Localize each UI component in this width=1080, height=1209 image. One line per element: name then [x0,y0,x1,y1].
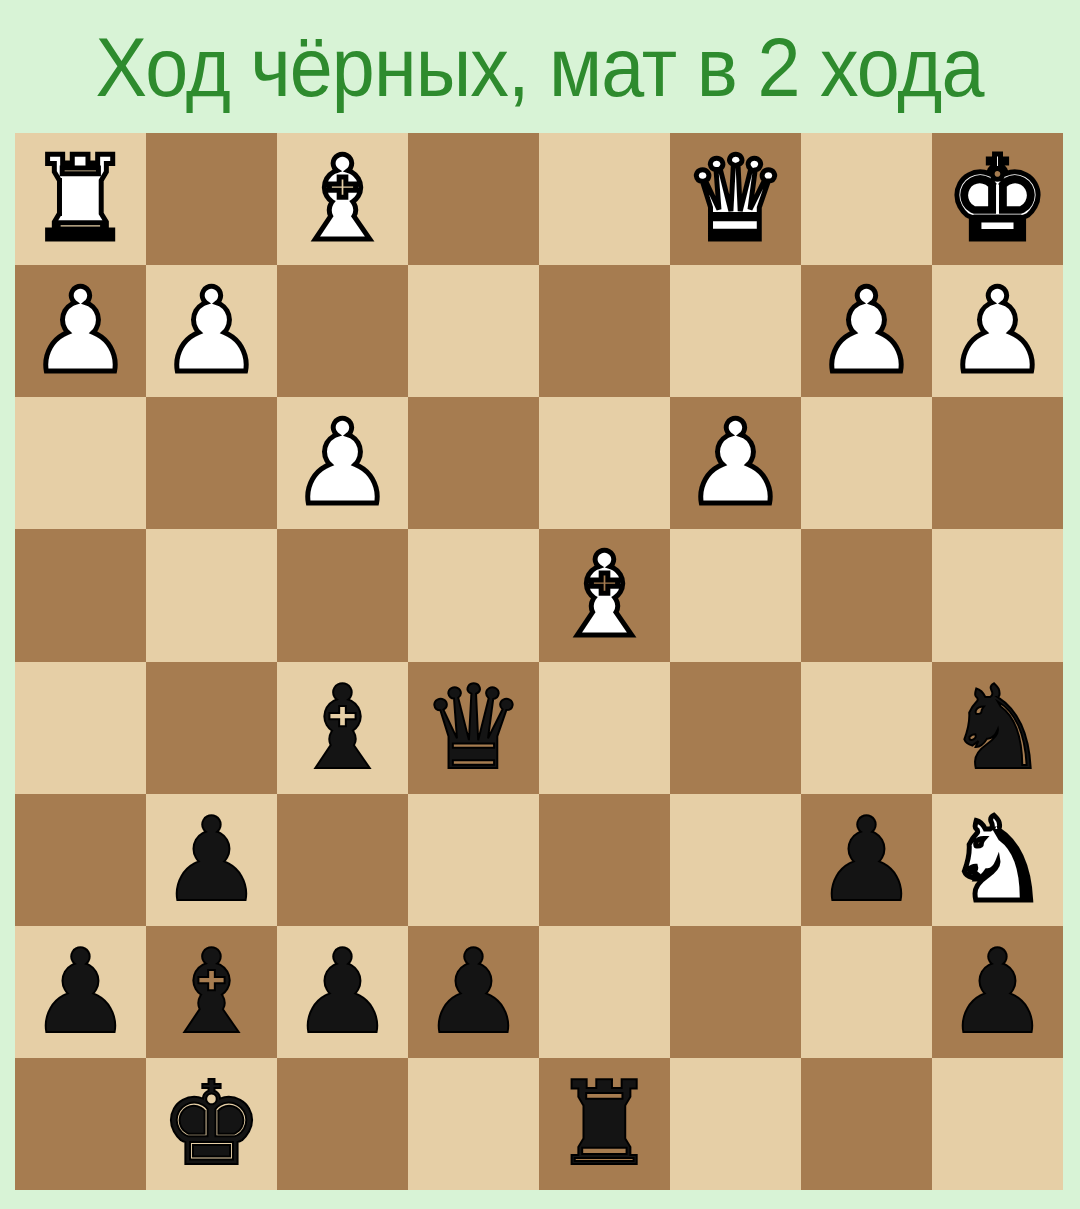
square-e3[interactable] [408,397,539,529]
square-g4[interactable] [146,529,277,661]
square-b7[interactable] [801,926,932,1058]
square-f2[interactable] [277,265,408,397]
piece-white-rook-h1[interactable]: ♜ [29,141,133,257]
square-h3[interactable] [15,397,146,529]
square-g6[interactable]: ♟ [146,794,277,926]
piece-white-pawn-h2[interactable]: ♟ [29,273,133,389]
square-d8[interactable]: ♜ [539,1058,670,1190]
square-c2[interactable] [670,265,801,397]
square-f5[interactable]: ♝ [277,662,408,794]
square-g7[interactable]: ♝ [146,926,277,1058]
piece-black-pawn-g6[interactable]: ♟ [160,802,264,918]
square-a4[interactable] [932,529,1063,661]
square-f6[interactable] [277,794,408,926]
square-h5[interactable] [15,662,146,794]
square-d1[interactable] [539,133,670,265]
square-c4[interactable] [670,529,801,661]
puzzle-title-bar: Ход чёрных, мат в 2 хода [0,0,1080,133]
square-e1[interactable] [408,133,539,265]
piece-white-pawn-g2[interactable]: ♟ [160,273,264,389]
square-h8[interactable] [15,1058,146,1190]
square-c7[interactable] [670,926,801,1058]
piece-white-king-a1[interactable]: ♚ [946,141,1050,257]
square-e4[interactable] [408,529,539,661]
square-c8[interactable] [670,1058,801,1190]
square-g8[interactable]: ♚ [146,1058,277,1190]
piece-black-pawn-a7[interactable]: ♟ [946,934,1050,1050]
square-f4[interactable] [277,529,408,661]
piece-black-pawn-f7[interactable]: ♟ [291,934,395,1050]
piece-black-queen-e5[interactable]: ♛ [422,670,526,786]
piece-black-bishop-g7[interactable]: ♝ [160,934,264,1050]
piece-white-bishop-f1[interactable]: ♝ [291,141,395,257]
square-b1[interactable] [801,133,932,265]
square-d4[interactable]: ♝ [539,529,670,661]
square-a1[interactable]: ♚ [932,133,1063,265]
square-f7[interactable]: ♟ [277,926,408,1058]
square-h6[interactable] [15,794,146,926]
piece-white-pawn-a2[interactable]: ♟ [946,273,1050,389]
square-h1[interactable]: ♜ [15,133,146,265]
square-b4[interactable] [801,529,932,661]
square-h7[interactable]: ♟ [15,926,146,1058]
piece-black-king-g8[interactable]: ♚ [160,1066,264,1182]
square-a7[interactable]: ♟ [932,926,1063,1058]
square-g3[interactable] [146,397,277,529]
square-e7[interactable]: ♟ [408,926,539,1058]
square-e8[interactable] [408,1058,539,1190]
square-d6[interactable] [539,794,670,926]
square-e2[interactable] [408,265,539,397]
square-c1[interactable]: ♛ [670,133,801,265]
square-b5[interactable] [801,662,932,794]
square-g2[interactable]: ♟ [146,265,277,397]
square-b8[interactable] [801,1058,932,1190]
square-a3[interactable] [932,397,1063,529]
square-d3[interactable] [539,397,670,529]
square-f8[interactable] [277,1058,408,1190]
piece-black-pawn-b6[interactable]: ♟ [815,802,919,918]
piece-white-pawn-b2[interactable]: ♟ [815,273,919,389]
square-c3[interactable]: ♟ [670,397,801,529]
square-h2[interactable]: ♟ [15,265,146,397]
square-b2[interactable]: ♟ [801,265,932,397]
square-g5[interactable] [146,662,277,794]
square-b6[interactable]: ♟ [801,794,932,926]
piece-black-knight-a5[interactable]: ♞ [946,670,1050,786]
chess-board: ♜♝♛♚♟♟♟♟♟♟♝♝♛♞♟♟♞♟♝♟♟♟♚♜ [15,133,1063,1190]
square-b3[interactable] [801,397,932,529]
piece-white-knight-a6[interactable]: ♞ [946,802,1050,918]
piece-white-pawn-c3[interactable]: ♟ [684,405,788,521]
square-c5[interactable] [670,662,801,794]
square-e5[interactable]: ♛ [408,662,539,794]
square-d2[interactable] [539,265,670,397]
square-d5[interactable] [539,662,670,794]
square-e6[interactable] [408,794,539,926]
piece-black-rook-d8[interactable]: ♜ [553,1066,657,1182]
square-f3[interactable]: ♟ [277,397,408,529]
piece-black-bishop-f5[interactable]: ♝ [291,670,395,786]
square-d7[interactable] [539,926,670,1058]
square-g1[interactable] [146,133,277,265]
square-a6[interactable]: ♞ [932,794,1063,926]
piece-black-pawn-e7[interactable]: ♟ [422,934,526,1050]
piece-white-bishop-d4[interactable]: ♝ [553,537,657,653]
square-f1[interactable]: ♝ [277,133,408,265]
piece-black-pawn-h7[interactable]: ♟ [29,934,133,1050]
piece-white-queen-c1[interactable]: ♛ [684,141,788,257]
puzzle-title: Ход чёрных, мат в 2 хода [96,25,984,109]
square-c6[interactable] [670,794,801,926]
square-a2[interactable]: ♟ [932,265,1063,397]
square-h4[interactable] [15,529,146,661]
square-a5[interactable]: ♞ [932,662,1063,794]
square-a8[interactable] [932,1058,1063,1190]
piece-white-pawn-f3[interactable]: ♟ [291,405,395,521]
